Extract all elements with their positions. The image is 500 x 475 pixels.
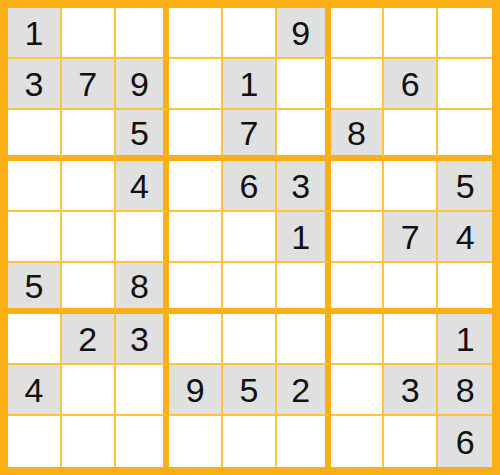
- cell-r6c1[interactable]: 5: [8, 263, 62, 314]
- cell-r5c8[interactable]: 7: [384, 212, 438, 263]
- cell-r1c9[interactable]: [438, 8, 492, 59]
- cell-r3c1[interactable]: [8, 110, 62, 161]
- cell-r9c4[interactable]: [169, 416, 223, 467]
- cell-r3c3[interactable]: 5: [116, 110, 170, 161]
- cell-r8c8[interactable]: 3: [384, 365, 438, 416]
- cell-r5c5[interactable]: [223, 212, 277, 263]
- cell-r2c7[interactable]: [331, 59, 385, 110]
- cell-r9c7[interactable]: [331, 416, 385, 467]
- cell-r3c2[interactable]: [62, 110, 116, 161]
- cell-r7c8[interactable]: [384, 314, 438, 365]
- cell-r5c1[interactable]: [8, 212, 62, 263]
- cell-r3c6[interactable]: [277, 110, 331, 161]
- cell-r4c9[interactable]: 5: [438, 161, 492, 212]
- cell-r8c7[interactable]: [331, 365, 385, 416]
- cell-r2c1[interactable]: 3: [8, 59, 62, 110]
- cell-r3c4[interactable]: [169, 110, 223, 161]
- cell-r1c2[interactable]: [62, 8, 116, 59]
- cell-r9c2[interactable]: [62, 416, 116, 467]
- cell-r2c4[interactable]: [169, 59, 223, 110]
- cell-r5c3[interactable]: [116, 212, 170, 263]
- cell-r7c9[interactable]: 1: [438, 314, 492, 365]
- cell-r1c5[interactable]: [223, 8, 277, 59]
- cell-r5c6[interactable]: 1: [277, 212, 331, 263]
- cell-r7c2[interactable]: 2: [62, 314, 116, 365]
- cell-r9c5[interactable]: [223, 416, 277, 467]
- cell-r4c6[interactable]: 3: [277, 161, 331, 212]
- cell-r7c5[interactable]: [223, 314, 277, 365]
- cell-r1c4[interactable]: [169, 8, 223, 59]
- cell-r6c2[interactable]: [62, 263, 116, 314]
- cell-r9c6[interactable]: [277, 416, 331, 467]
- cell-r8c3[interactable]: [116, 365, 170, 416]
- cell-r1c8[interactable]: [384, 8, 438, 59]
- cell-r2c6[interactable]: [277, 59, 331, 110]
- cell-r7c4[interactable]: [169, 314, 223, 365]
- cell-r5c4[interactable]: [169, 212, 223, 263]
- cell-r4c1[interactable]: [8, 161, 62, 212]
- cell-r3c5[interactable]: 7: [223, 110, 277, 161]
- cell-r4c2[interactable]: [62, 161, 116, 212]
- cell-r5c2[interactable]: [62, 212, 116, 263]
- cell-r2c2[interactable]: 7: [62, 59, 116, 110]
- cell-r4c3[interactable]: 4: [116, 161, 170, 212]
- cell-r4c7[interactable]: [331, 161, 385, 212]
- cell-r1c1[interactable]: 1: [8, 8, 62, 59]
- cell-r9c9[interactable]: 6: [438, 416, 492, 467]
- cell-r1c3[interactable]: [116, 8, 170, 59]
- cell-r8c1[interactable]: 4: [8, 365, 62, 416]
- cell-r6c9[interactable]: [438, 263, 492, 314]
- cell-r6c5[interactable]: [223, 263, 277, 314]
- cell-r7c7[interactable]: [331, 314, 385, 365]
- cell-r3c7[interactable]: 8: [331, 110, 385, 161]
- cell-r9c3[interactable]: [116, 416, 170, 467]
- cell-r7c1[interactable]: [8, 314, 62, 365]
- cell-r7c6[interactable]: [277, 314, 331, 365]
- cell-r5c7[interactable]: [331, 212, 385, 263]
- cell-r2c9[interactable]: [438, 59, 492, 110]
- cell-r2c8[interactable]: 6: [384, 59, 438, 110]
- cell-r8c5[interactable]: 5: [223, 365, 277, 416]
- cell-r1c6[interactable]: 9: [277, 8, 331, 59]
- cell-r8c6[interactable]: 2: [277, 365, 331, 416]
- sudoku-board: 19379165784635174582314952386: [0, 0, 500, 475]
- cell-r9c1[interactable]: [8, 416, 62, 467]
- cell-r6c8[interactable]: [384, 263, 438, 314]
- cell-r2c3[interactable]: 9: [116, 59, 170, 110]
- cell-r4c5[interactable]: 6: [223, 161, 277, 212]
- sudoku-puzzle: 19379165784635174582314952386: [0, 0, 500, 475]
- cell-r8c9[interactable]: 8: [438, 365, 492, 416]
- cell-r3c8[interactable]: [384, 110, 438, 161]
- cell-r1c7[interactable]: [331, 8, 385, 59]
- cell-r4c8[interactable]: [384, 161, 438, 212]
- cell-r2c5[interactable]: 1: [223, 59, 277, 110]
- cell-r8c4[interactable]: 9: [169, 365, 223, 416]
- cell-r9c8[interactable]: [384, 416, 438, 467]
- cell-r5c9[interactable]: 4: [438, 212, 492, 263]
- cell-r6c6[interactable]: [277, 263, 331, 314]
- cell-r4c4[interactable]: [169, 161, 223, 212]
- cell-r7c3[interactable]: 3: [116, 314, 170, 365]
- cell-r3c9[interactable]: [438, 110, 492, 161]
- cell-r6c3[interactable]: 8: [116, 263, 170, 314]
- cell-r8c2[interactable]: [62, 365, 116, 416]
- cell-r6c7[interactable]: [331, 263, 385, 314]
- cell-r6c4[interactable]: [169, 263, 223, 314]
